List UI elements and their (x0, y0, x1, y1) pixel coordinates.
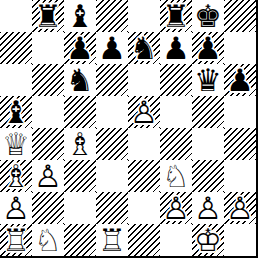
piece-white-queen: ♕ (0, 128, 32, 160)
square-d6[interactable] (96, 64, 128, 96)
piece-black-bishop: ♝ (64, 0, 96, 32)
square-e3[interactable] (128, 160, 160, 192)
square-f1[interactable] (160, 224, 192, 256)
piece-white-rook-backing: ♜ (0, 224, 32, 256)
piece-black-rook: ♜ (160, 0, 192, 32)
square-a6[interactable] (0, 64, 32, 96)
piece-white-pawn: ♙ (160, 192, 192, 224)
square-c2[interactable] (64, 192, 96, 224)
square-e4[interactable] (128, 128, 160, 160)
square-b2[interactable] (32, 192, 64, 224)
piece-black-queen-backing: ♛ (192, 64, 224, 96)
piece-white-knight-backing: ♞ (32, 224, 64, 256)
square-e8[interactable] (128, 0, 160, 32)
piece-white-king-backing: ♚ (192, 224, 224, 256)
square-e5[interactable]: ♟♙ (128, 96, 160, 128)
piece-black-bishop: ♝ (0, 96, 32, 128)
piece-white-bishop: ♗ (64, 128, 96, 160)
piece-black-pawn-backing: ♟ (160, 32, 192, 64)
square-g1[interactable]: ♚♔ (192, 224, 224, 256)
square-h3[interactable] (224, 160, 256, 192)
square-f2[interactable]: ♟♙ (160, 192, 192, 224)
square-b3[interactable]: ♟♙ (32, 160, 64, 192)
square-b5[interactable] (32, 96, 64, 128)
square-c4[interactable]: ♝♗ (64, 128, 96, 160)
square-e7[interactable]: ♞♞ (128, 32, 160, 64)
piece-white-pawn-backing: ♟ (32, 160, 64, 192)
square-f8[interactable]: ♜♜ (160, 0, 192, 32)
square-e2[interactable] (128, 192, 160, 224)
piece-black-bishop-backing: ♝ (0, 96, 32, 128)
square-d8[interactable] (96, 0, 128, 32)
square-g4[interactable] (192, 128, 224, 160)
square-c3[interactable] (64, 160, 96, 192)
square-b8[interactable]: ♜♜ (32, 0, 64, 32)
piece-white-pawn-backing: ♟ (224, 192, 256, 224)
square-d5[interactable] (96, 96, 128, 128)
square-b4[interactable] (32, 128, 64, 160)
square-g2[interactable]: ♟♙ (192, 192, 224, 224)
square-a5[interactable]: ♝♝ (0, 96, 32, 128)
piece-black-rook-backing: ♜ (160, 0, 192, 32)
piece-black-king-backing: ♚ (192, 0, 224, 32)
piece-white-pawn: ♙ (32, 160, 64, 192)
piece-black-pawn-backing: ♟ (224, 64, 256, 96)
piece-white-bishop-backing: ♝ (64, 128, 96, 160)
square-f5[interactable] (160, 96, 192, 128)
piece-black-king: ♚ (192, 0, 224, 32)
square-g8[interactable]: ♚♚ (192, 0, 224, 32)
piece-black-pawn: ♟ (96, 32, 128, 64)
square-a8[interactable] (0, 0, 32, 32)
square-c1[interactable] (64, 224, 96, 256)
piece-black-pawn: ♟ (160, 32, 192, 64)
square-b7[interactable] (32, 32, 64, 64)
square-f3[interactable]: ♞♘ (160, 160, 192, 192)
square-g7[interactable]: ♟♟ (192, 32, 224, 64)
piece-white-knight-backing: ♞ (160, 160, 192, 192)
piece-white-pawn-backing: ♟ (192, 192, 224, 224)
square-e1[interactable] (128, 224, 160, 256)
piece-black-queen: ♛ (192, 64, 224, 96)
square-h7[interactable] (224, 32, 256, 64)
square-b1[interactable]: ♞♘ (32, 224, 64, 256)
square-f6[interactable] (160, 64, 192, 96)
square-d4[interactable] (96, 128, 128, 160)
square-h6[interactable]: ♟♟ (224, 64, 256, 96)
square-c5[interactable] (64, 96, 96, 128)
piece-white-pawn-backing: ♟ (160, 192, 192, 224)
square-f7[interactable]: ♟♟ (160, 32, 192, 64)
piece-black-pawn: ♟ (64, 32, 96, 64)
piece-black-rook-backing: ♜ (32, 0, 64, 32)
square-g5[interactable] (192, 96, 224, 128)
piece-white-knight: ♘ (160, 160, 192, 192)
piece-white-queen-backing: ♛ (0, 128, 32, 160)
piece-white-rook: ♖ (96, 224, 128, 256)
piece-white-bishop-backing: ♝ (0, 160, 32, 192)
piece-black-knight-backing: ♞ (64, 64, 96, 96)
piece-white-bishop: ♗ (0, 160, 32, 192)
square-h4[interactable] (224, 128, 256, 160)
square-d7[interactable]: ♟♟ (96, 32, 128, 64)
piece-black-knight: ♞ (128, 32, 160, 64)
piece-white-pawn: ♙ (0, 192, 32, 224)
square-h1[interactable] (224, 224, 256, 256)
piece-black-pawn-backing: ♟ (192, 32, 224, 64)
piece-white-pawn-backing: ♟ (128, 96, 160, 128)
piece-black-bishop-backing: ♝ (64, 0, 96, 32)
piece-black-pawn-backing: ♟ (64, 32, 96, 64)
square-h2[interactable]: ♟♙ (224, 192, 256, 224)
square-h8[interactable] (224, 0, 256, 32)
piece-white-pawn: ♙ (128, 96, 160, 128)
chess-board: ♜♜♝♝♜♜♚♚♟♟♟♟♞♞♟♟♟♟♞♞♛♛♟♟♝♝♟♙♛♕♝♗♝♗♟♙♞♘♟♙… (0, 0, 256, 256)
square-b6[interactable] (32, 64, 64, 96)
square-a1[interactable]: ♜♖ (0, 224, 32, 256)
square-c7[interactable]: ♟♟ (64, 32, 96, 64)
piece-white-rook-backing: ♜ (96, 224, 128, 256)
square-h5[interactable] (224, 96, 256, 128)
piece-white-pawn-backing: ♟ (0, 192, 32, 224)
piece-white-pawn: ♙ (192, 192, 224, 224)
square-d1[interactable]: ♜♖ (96, 224, 128, 256)
piece-white-pawn: ♙ (224, 192, 256, 224)
piece-black-knight-backing: ♞ (128, 32, 160, 64)
square-a4[interactable]: ♛♕ (0, 128, 32, 160)
square-g6[interactable]: ♛♛ (192, 64, 224, 96)
piece-black-pawn-backing: ♟ (96, 32, 128, 64)
piece-black-pawn: ♟ (224, 64, 256, 96)
square-c8[interactable]: ♝♝ (64, 0, 96, 32)
square-e6[interactable] (128, 64, 160, 96)
square-a2[interactable]: ♟♙ (0, 192, 32, 224)
piece-white-king: ♔ (192, 224, 224, 256)
square-d2[interactable] (96, 192, 128, 224)
square-a3[interactable]: ♝♗ (0, 160, 32, 192)
square-g3[interactable] (192, 160, 224, 192)
piece-black-pawn: ♟ (192, 32, 224, 64)
square-f4[interactable] (160, 128, 192, 160)
chess-diagram: ♜♜♝♝♜♜♚♚♟♟♟♟♞♞♟♟♟♟♞♞♛♛♟♟♝♝♟♙♛♕♝♗♝♗♟♙♞♘♟♙… (0, 0, 258, 258)
square-a7[interactable] (0, 32, 32, 64)
piece-black-rook: ♜ (32, 0, 64, 32)
square-d3[interactable] (96, 160, 128, 192)
piece-black-knight: ♞ (64, 64, 96, 96)
piece-white-rook: ♖ (0, 224, 32, 256)
piece-white-knight: ♘ (32, 224, 64, 256)
square-c6[interactable]: ♞♞ (64, 64, 96, 96)
